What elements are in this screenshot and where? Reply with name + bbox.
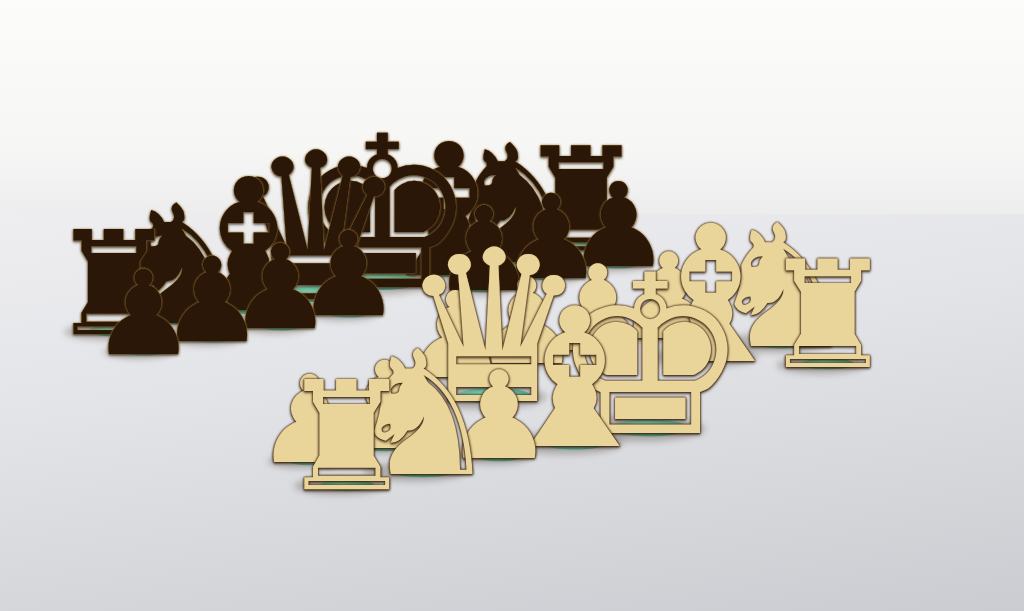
background-wall — [0, 0, 1024, 214]
table-surface — [0, 214, 1024, 611]
